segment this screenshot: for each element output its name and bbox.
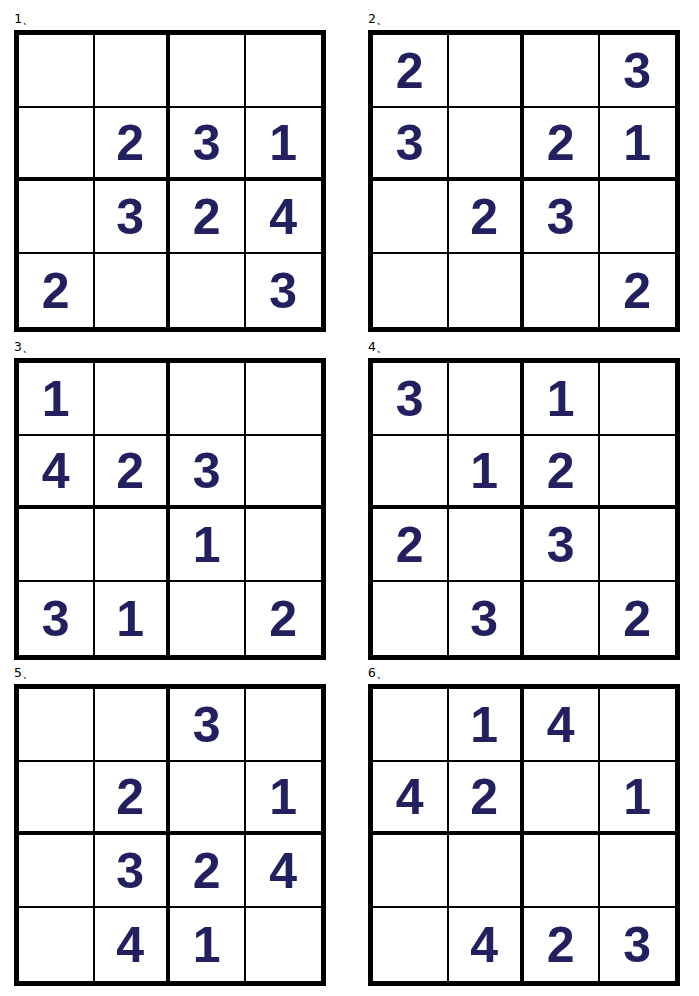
sudoku-cell: 4 [373, 762, 449, 835]
sudoku-cell [19, 689, 95, 762]
given-digit: 3 [470, 594, 498, 644]
given-digit: 1 [42, 374, 70, 424]
given-digit: 2 [470, 192, 498, 242]
sudoku-cell [19, 35, 95, 108]
sudoku-cell [600, 436, 676, 509]
given-digit: 2 [470, 772, 498, 822]
sudoku-cell: 3 [373, 363, 449, 436]
sudoku-puzzle-4: 4、 31122332 [368, 338, 680, 660]
sudoku-cell: 2 [170, 835, 246, 908]
sudoku-cell [19, 762, 95, 835]
sudoku-cell [19, 181, 95, 254]
puzzle-label: 6、 [368, 664, 680, 684]
puzzle-label: 2、 [368, 10, 680, 30]
given-digit: 3 [396, 118, 424, 168]
sudoku-cell [19, 835, 95, 908]
sudoku-cell [449, 835, 525, 908]
sudoku-cell: 1 [449, 436, 525, 509]
sudoku-cell: 1 [449, 689, 525, 762]
sudoku-cell: 3 [95, 835, 171, 908]
sudoku-board: 32132441 [14, 684, 326, 986]
sudoku-cell: 3 [19, 582, 95, 655]
sudoku-cell [449, 363, 525, 436]
sudoku-cell: 1 [19, 363, 95, 436]
sudoku-cell: 2 [95, 108, 171, 181]
sudoku-board: 31122332 [368, 358, 680, 660]
sudoku-cell: 4 [95, 908, 171, 981]
sudoku-cell: 3 [600, 908, 676, 981]
sudoku-cell [373, 254, 449, 327]
sudoku-cell: 2 [524, 436, 600, 509]
sudoku-puzzle-5: 5、 32132441 [14, 664, 326, 986]
sudoku-cell [449, 35, 525, 108]
given-digit: 4 [269, 846, 297, 896]
sudoku-cell [524, 762, 600, 835]
given-digit: 3 [547, 520, 575, 570]
given-digit: 4 [269, 192, 297, 242]
sudoku-cell [524, 835, 600, 908]
given-digit: 2 [547, 118, 575, 168]
sudoku-cell [246, 689, 322, 762]
sudoku-board: 14421423 [368, 684, 680, 986]
given-digit: 2 [547, 920, 575, 970]
sudoku-cell: 2 [373, 35, 449, 108]
puzzle-label: 1、 [14, 10, 326, 30]
given-digit: 3 [623, 46, 651, 96]
sudoku-cell: 2 [19, 254, 95, 327]
given-digit: 3 [193, 446, 221, 496]
given-digit: 2 [42, 266, 70, 316]
sudoku-board: 23321232 [368, 30, 680, 332]
sudoku-board: 23132423 [14, 30, 326, 332]
given-digit: 4 [547, 700, 575, 750]
sudoku-cell [373, 582, 449, 655]
sudoku-cell [600, 181, 676, 254]
sudoku-cell [373, 181, 449, 254]
sudoku-cell [246, 363, 322, 436]
sudoku-cell: 3 [449, 582, 525, 655]
sudoku-cell [524, 35, 600, 108]
sudoku-cell [449, 108, 525, 181]
given-digit: 2 [396, 520, 424, 570]
sudoku-cell: 1 [95, 582, 171, 655]
given-digit: 3 [547, 192, 575, 242]
sudoku-cell: 3 [170, 689, 246, 762]
given-digit: 2 [547, 446, 575, 496]
sudoku-cell: 1 [170, 908, 246, 981]
given-digit: 1 [547, 374, 575, 424]
given-digit: 1 [623, 118, 651, 168]
given-digit: 3 [193, 118, 221, 168]
sudoku-cell: 3 [524, 509, 600, 582]
sudoku-cell [246, 35, 322, 108]
given-digit: 1 [470, 700, 498, 750]
sudoku-cell [19, 908, 95, 981]
sudoku-puzzle-2: 2、 23321232 [368, 10, 680, 332]
sudoku-cell: 2 [600, 254, 676, 327]
given-digit: 1 [193, 520, 221, 570]
given-digit: 3 [42, 594, 70, 644]
sudoku-cell: 3 [246, 254, 322, 327]
sudoku-cell [600, 835, 676, 908]
sudoku-cell: 2 [449, 762, 525, 835]
sudoku-cell [246, 908, 322, 981]
given-digit: 1 [269, 118, 297, 168]
sudoku-cell: 2 [524, 108, 600, 181]
given-digit: 1 [470, 446, 498, 496]
given-digit: 1 [116, 594, 144, 644]
sudoku-cell: 3 [373, 108, 449, 181]
given-digit: 2 [193, 846, 221, 896]
sudoku-cell [95, 35, 171, 108]
sudoku-cell: 2 [170, 181, 246, 254]
given-digit: 2 [396, 46, 424, 96]
given-digit: 3 [396, 374, 424, 424]
puzzle-label: 3、 [14, 338, 326, 358]
sudoku-cell [19, 509, 95, 582]
sudoku-cell: 3 [170, 436, 246, 509]
sudoku-cell [246, 436, 322, 509]
sudoku-cell: 2 [95, 762, 171, 835]
sudoku-cell [600, 363, 676, 436]
sudoku-cell: 1 [600, 108, 676, 181]
given-digit: 2 [623, 266, 651, 316]
sudoku-cell: 1 [246, 108, 322, 181]
sudoku-cell: 3 [170, 108, 246, 181]
sudoku-cell: 1 [524, 363, 600, 436]
sudoku-cell [95, 689, 171, 762]
sudoku-cell: 2 [449, 181, 525, 254]
sudoku-cell [449, 509, 525, 582]
sudoku-cell [600, 689, 676, 762]
given-digit: 2 [116, 772, 144, 822]
sudoku-cell [95, 509, 171, 582]
given-digit: 1 [623, 772, 651, 822]
sudoku-cell: 1 [246, 762, 322, 835]
sudoku-cell: 2 [95, 436, 171, 509]
sudoku-cell [524, 254, 600, 327]
given-digit: 4 [116, 920, 144, 970]
sudoku-cell [170, 762, 246, 835]
sudoku-cell [170, 363, 246, 436]
given-digit: 4 [396, 772, 424, 822]
sudoku-cell: 2 [600, 582, 676, 655]
sudoku-cell: 3 [95, 181, 171, 254]
sudoku-cell: 2 [524, 908, 600, 981]
sudoku-cell: 4 [449, 908, 525, 981]
given-digit: 2 [116, 118, 144, 168]
given-digit: 2 [623, 594, 651, 644]
sudoku-cell [373, 835, 449, 908]
sudoku-cell [373, 908, 449, 981]
sudoku-cell [170, 254, 246, 327]
sudoku-cell: 4 [524, 689, 600, 762]
given-digit: 1 [269, 772, 297, 822]
sudoku-cell [600, 509, 676, 582]
given-digit: 3 [116, 846, 144, 896]
sudoku-cell [373, 436, 449, 509]
sudoku-cell [19, 108, 95, 181]
sudoku-cell: 4 [246, 181, 322, 254]
given-digit: 1 [193, 920, 221, 970]
sudoku-cell: 1 [600, 762, 676, 835]
puzzle-label: 5、 [14, 664, 326, 684]
sudoku-cell: 4 [246, 835, 322, 908]
given-digit: 3 [269, 266, 297, 316]
sudoku-cell [170, 35, 246, 108]
sudoku-puzzle-1: 1、 23132423 [14, 10, 326, 332]
sudoku-cell [449, 254, 525, 327]
given-digit: 2 [269, 594, 297, 644]
sudoku-board: 14231312 [14, 358, 326, 660]
puzzle-label: 4、 [368, 338, 680, 358]
sudoku-cell [95, 254, 171, 327]
given-digit: 3 [623, 920, 651, 970]
given-digit: 2 [193, 192, 221, 242]
sudoku-cell [170, 582, 246, 655]
given-digit: 2 [116, 446, 144, 496]
sudoku-cell: 4 [19, 436, 95, 509]
sudoku-puzzle-6: 6、 14421423 [368, 664, 680, 986]
sudoku-cell [246, 509, 322, 582]
sudoku-cell [95, 363, 171, 436]
sudoku-cell: 3 [524, 181, 600, 254]
given-digit: 4 [470, 920, 498, 970]
given-digit: 4 [42, 446, 70, 496]
sudoku-cell: 1 [170, 509, 246, 582]
sudoku-cell: 2 [246, 582, 322, 655]
sudoku-cell [373, 689, 449, 762]
sudoku-cell [524, 582, 600, 655]
sudoku-puzzle-3: 3、 14231312 [14, 338, 326, 660]
given-digit: 3 [116, 192, 144, 242]
sudoku-cell: 3 [600, 35, 676, 108]
sudoku-cell: 2 [373, 509, 449, 582]
given-digit: 3 [193, 700, 221, 750]
